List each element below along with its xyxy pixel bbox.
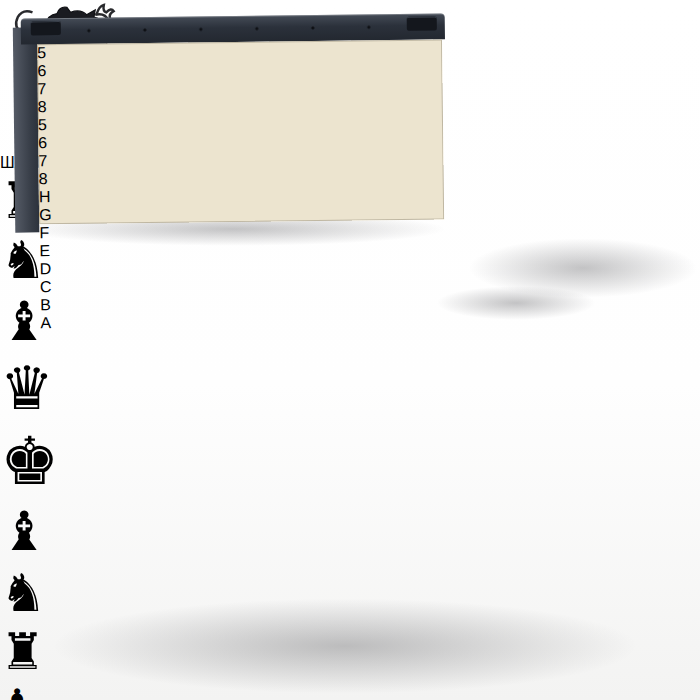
square-d1: ♚ [0,423,700,500]
latch-left-icon [31,21,61,35]
folded-rank-labels-left: 5678 [37,39,443,116]
rivets-icon [61,25,405,33]
folded-board: 5678 5678 HGFEDCBA [13,13,448,234]
square-e1: ♛ [0,353,700,423]
folded-file-labels: HGFEDCBA [39,183,446,332]
piece-black-rook: ♜ [0,624,45,680]
folded-board-side-edge [13,27,40,232]
piece-black-bishop: ♝ [0,501,48,561]
piece-black-knight: ♞ [0,564,47,622]
piece-black-king: ♚ [0,424,59,498]
piece-black-queen: ♛ [0,355,54,422]
latch-right-icon [407,16,437,30]
piece-black-pawn: ♟ [0,682,34,700]
folded-rank-labels-right: 5678 [38,111,444,188]
square-c1: ♝ [0,500,700,563]
checkers-shadow [436,286,596,320]
folded-board-face: 5678 5678 HGFEDCBA [37,39,444,224]
main-board-shadow [50,598,640,694]
